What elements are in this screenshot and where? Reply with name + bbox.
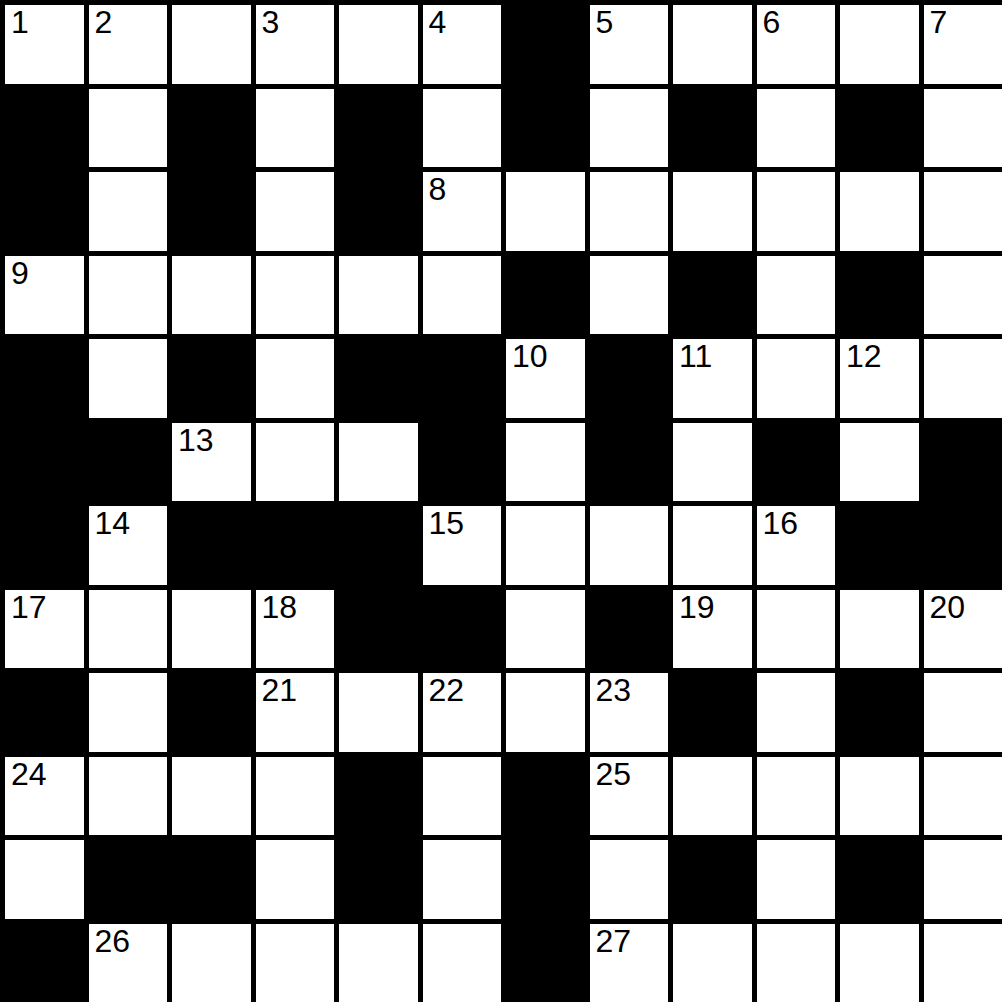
cell-r5c4[interactable] <box>339 423 418 502</box>
clue-number-22: 22 <box>429 674 465 706</box>
clue-number-5: 5 <box>596 6 614 38</box>
block-cell-r5c11 <box>924 423 1002 502</box>
block-cell-r4c7 <box>590 339 669 418</box>
cell-r8c5[interactable]: 22 <box>423 673 502 752</box>
clue-number-19: 19 <box>679 591 715 623</box>
block-cell-r0c6 <box>506 5 585 84</box>
cell-r2c1[interactable] <box>89 172 168 251</box>
cell-r3c7[interactable] <box>590 256 669 335</box>
block-cell-r6c2 <box>172 506 251 585</box>
cell-r6c7[interactable] <box>590 506 669 585</box>
block-cell-r4c0 <box>5 339 84 418</box>
block-cell-r10c10 <box>840 840 919 919</box>
block-cell-r6c3 <box>256 506 335 585</box>
block-cell-r3c10 <box>840 256 919 335</box>
cell-r11c5[interactable] <box>423 924 502 1002</box>
clue-number-26: 26 <box>95 925 131 957</box>
cell-r4c6[interactable]: 10 <box>506 339 585 418</box>
cell-r3c1[interactable] <box>89 256 168 335</box>
clue-number-12: 12 <box>846 340 882 372</box>
cell-r7c1[interactable] <box>89 590 168 669</box>
clue-number-18: 18 <box>262 591 298 623</box>
block-cell-r10c1 <box>89 840 168 919</box>
clue-number-1: 1 <box>11 6 29 38</box>
cell-r8c3[interactable]: 21 <box>256 673 335 752</box>
cell-r5c6[interactable] <box>506 423 585 502</box>
clue-number-10: 10 <box>512 340 548 372</box>
block-cell-r9c4 <box>339 757 418 836</box>
cell-r6c8[interactable] <box>673 506 752 585</box>
block-cell-r4c4 <box>339 339 418 418</box>
block-cell-r5c1 <box>89 423 168 502</box>
cell-r8c1[interactable] <box>89 673 168 752</box>
clue-number-3: 3 <box>262 6 280 38</box>
cell-r11c7[interactable]: 27 <box>590 924 669 1002</box>
crossword-board: 1234567891011121314151617181920212223242… <box>0 0 1002 1002</box>
block-cell-r4c5 <box>423 339 502 418</box>
cell-r1c3[interactable] <box>256 89 335 168</box>
cell-r11c3[interactable] <box>256 924 335 1002</box>
block-cell-r3c8 <box>673 256 752 335</box>
cell-r1c7[interactable] <box>590 89 669 168</box>
cell-r8c4[interactable] <box>339 673 418 752</box>
cell-r0c11[interactable]: 7 <box>924 5 1002 84</box>
block-cell-r6c11 <box>924 506 1002 585</box>
clue-number-23: 23 <box>596 674 632 706</box>
block-cell-r2c4 <box>339 172 418 251</box>
cell-r2c11[interactable] <box>924 172 1002 251</box>
clue-number-7: 7 <box>930 6 948 38</box>
clue-number-14: 14 <box>95 507 131 539</box>
block-cell-r8c8 <box>673 673 752 752</box>
clue-number-16: 16 <box>763 507 799 539</box>
cell-r11c2[interactable] <box>172 924 251 1002</box>
block-cell-r6c0 <box>5 506 84 585</box>
cell-r0c8[interactable] <box>673 5 752 84</box>
cell-r6c1[interactable]: 14 <box>89 506 168 585</box>
block-cell-r2c2 <box>172 172 251 251</box>
cell-r7c0[interactable]: 17 <box>5 590 84 669</box>
cell-r4c1[interactable] <box>89 339 168 418</box>
cell-r3c2[interactable] <box>172 256 251 335</box>
block-cell-r8c0 <box>5 673 84 752</box>
block-cell-r7c5 <box>423 590 502 669</box>
cell-r7c2[interactable] <box>172 590 251 669</box>
cell-r6c9[interactable]: 16 <box>757 506 836 585</box>
block-cell-r1c0 <box>5 89 84 168</box>
clue-number-24: 24 <box>11 758 47 790</box>
cell-r11c10[interactable] <box>840 924 919 1002</box>
cell-r1c9[interactable] <box>757 89 836 168</box>
block-cell-r1c8 <box>673 89 752 168</box>
cell-r7c6[interactable] <box>506 590 585 669</box>
block-cell-r11c6 <box>506 924 585 1002</box>
cell-r7c11[interactable]: 20 <box>924 590 1002 669</box>
cell-r4c8[interactable]: 11 <box>673 339 752 418</box>
block-cell-r10c2 <box>172 840 251 919</box>
cell-r9c5[interactable] <box>423 757 502 836</box>
clue-number-25: 25 <box>596 758 632 790</box>
cell-r9c2[interactable] <box>172 757 251 836</box>
block-cell-r10c6 <box>506 840 585 919</box>
cell-r8c6[interactable] <box>506 673 585 752</box>
cell-r3c11[interactable] <box>924 256 1002 335</box>
cell-r2c3[interactable] <box>256 172 335 251</box>
block-cell-r1c10 <box>840 89 919 168</box>
cell-r11c8[interactable] <box>673 924 752 1002</box>
cell-r2c7[interactable] <box>590 172 669 251</box>
cell-r1c5[interactable] <box>423 89 502 168</box>
block-cell-r10c8 <box>673 840 752 919</box>
cell-r10c11[interactable] <box>924 840 1002 919</box>
cell-r4c11[interactable] <box>924 339 1002 418</box>
block-cell-r4c2 <box>172 339 251 418</box>
cell-r8c9[interactable] <box>757 673 836 752</box>
cell-r10c7[interactable] <box>590 840 669 919</box>
cell-r0c2[interactable] <box>172 5 251 84</box>
block-cell-r5c5 <box>423 423 502 502</box>
cell-r4c9[interactable] <box>757 339 836 418</box>
cell-r10c3[interactable] <box>256 840 335 919</box>
cell-r2c9[interactable] <box>757 172 836 251</box>
cell-r2c10[interactable] <box>840 172 919 251</box>
clue-number-27: 27 <box>596 925 632 957</box>
cell-r11c9[interactable] <box>757 924 836 1002</box>
cell-r8c11[interactable] <box>924 673 1002 752</box>
cell-r0c3[interactable]: 3 <box>256 5 335 84</box>
cell-r10c5[interactable] <box>423 840 502 919</box>
block-cell-r6c4 <box>339 506 418 585</box>
block-cell-r2c0 <box>5 172 84 251</box>
cell-r1c1[interactable] <box>89 89 168 168</box>
cell-r9c9[interactable] <box>757 757 836 836</box>
clue-number-2: 2 <box>95 6 113 38</box>
cell-r9c7[interactable]: 25 <box>590 757 669 836</box>
cell-r6c5[interactable]: 15 <box>423 506 502 585</box>
block-cell-r8c10 <box>840 673 919 752</box>
cell-r0c10[interactable] <box>840 5 919 84</box>
block-cell-r1c2 <box>172 89 251 168</box>
clue-number-4: 4 <box>429 6 447 38</box>
block-cell-r5c0 <box>5 423 84 502</box>
cell-r0c0[interactable]: 1 <box>5 5 84 84</box>
cell-r9c3[interactable] <box>256 757 335 836</box>
cell-r11c1[interactable]: 26 <box>89 924 168 1002</box>
cell-r9c8[interactable] <box>673 757 752 836</box>
cell-r5c2[interactable]: 13 <box>172 423 251 502</box>
cell-r9c11[interactable] <box>924 757 1002 836</box>
cell-r11c4[interactable] <box>339 924 418 1002</box>
block-cell-r10c4 <box>339 840 418 919</box>
cell-r3c5[interactable] <box>423 256 502 335</box>
cell-r0c7[interactable]: 5 <box>590 5 669 84</box>
block-cell-r11c0 <box>5 924 84 1002</box>
cell-r2c5[interactable]: 8 <box>423 172 502 251</box>
cell-r8c7[interactable]: 23 <box>590 673 669 752</box>
block-cell-r3c6 <box>506 256 585 335</box>
cell-r5c3[interactable] <box>256 423 335 502</box>
clue-number-15: 15 <box>429 507 465 539</box>
cell-r9c1[interactable] <box>89 757 168 836</box>
block-cell-r1c4 <box>339 89 418 168</box>
cell-r11c11[interactable] <box>924 924 1002 1002</box>
cell-r6c6[interactable] <box>506 506 585 585</box>
cell-r4c10[interactable]: 12 <box>840 339 919 418</box>
clue-number-17: 17 <box>11 591 47 623</box>
cell-r0c1[interactable]: 2 <box>89 5 168 84</box>
clue-number-20: 20 <box>930 591 966 623</box>
cell-r4c3[interactable] <box>256 339 335 418</box>
clue-number-8: 8 <box>429 173 447 205</box>
cell-r2c6[interactable] <box>506 172 585 251</box>
cell-r9c0[interactable]: 24 <box>5 757 84 836</box>
cell-r3c4[interactable] <box>339 256 418 335</box>
cell-r7c9[interactable] <box>757 590 836 669</box>
block-cell-r6c10 <box>840 506 919 585</box>
cell-r7c8[interactable]: 19 <box>673 590 752 669</box>
cell-r3c3[interactable] <box>256 256 335 335</box>
clue-number-9: 9 <box>11 257 29 289</box>
block-cell-r9c6 <box>506 757 585 836</box>
cell-r10c0[interactable] <box>5 840 84 919</box>
block-cell-r5c7 <box>590 423 669 502</box>
block-cell-r1c6 <box>506 89 585 168</box>
block-cell-r7c4 <box>339 590 418 669</box>
cell-r9c10[interactable] <box>840 757 919 836</box>
clue-number-21: 21 <box>262 674 298 706</box>
cell-r5c8[interactable] <box>673 423 752 502</box>
block-cell-r7c7 <box>590 590 669 669</box>
cell-r0c5[interactable]: 4 <box>423 5 502 84</box>
cell-r1c11[interactable] <box>924 89 1002 168</box>
cell-r7c3[interactable]: 18 <box>256 590 335 669</box>
cell-r0c4[interactable] <box>339 5 418 84</box>
block-cell-r5c9 <box>757 423 836 502</box>
clue-number-13: 13 <box>178 424 214 456</box>
cell-r3c9[interactable] <box>757 256 836 335</box>
clue-number-6: 6 <box>763 6 781 38</box>
cell-r7c10[interactable] <box>840 590 919 669</box>
cell-r10c9[interactable] <box>757 840 836 919</box>
cell-r2c8[interactable] <box>673 172 752 251</box>
block-cell-r8c2 <box>172 673 251 752</box>
cell-r5c10[interactable] <box>840 423 919 502</box>
cell-r0c9[interactable]: 6 <box>757 5 836 84</box>
clue-number-11: 11 <box>679 340 712 372</box>
cell-r3c0[interactable]: 9 <box>5 256 84 335</box>
